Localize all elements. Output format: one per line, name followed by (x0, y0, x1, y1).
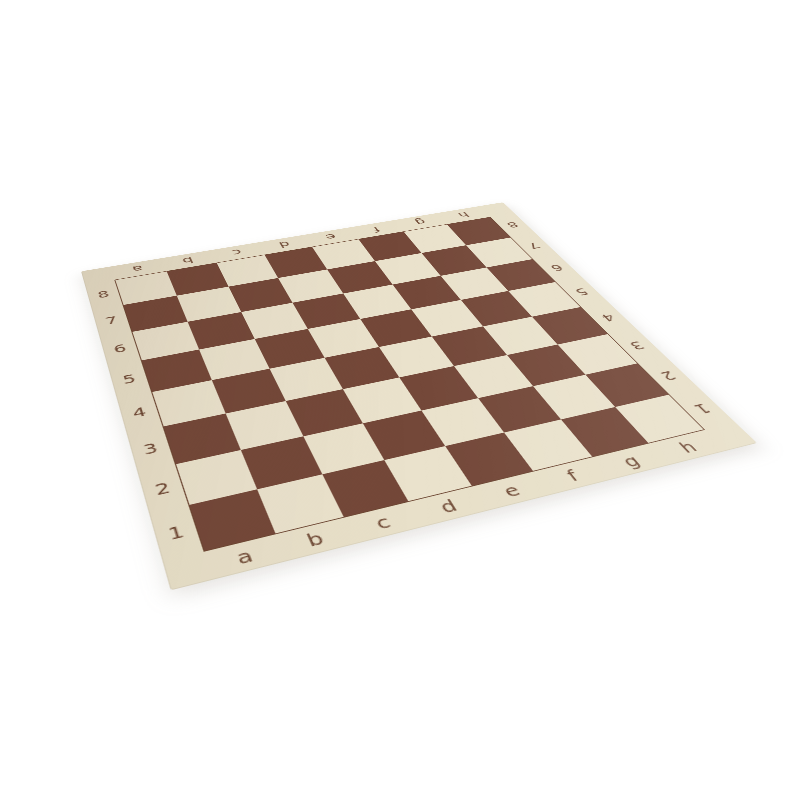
product-photo-canvas: aabbccddeeffgghh1122334455667788 (0, 0, 800, 800)
chessboard-mat: aabbccddeeffgghh1122334455667788 (81, 202, 757, 590)
